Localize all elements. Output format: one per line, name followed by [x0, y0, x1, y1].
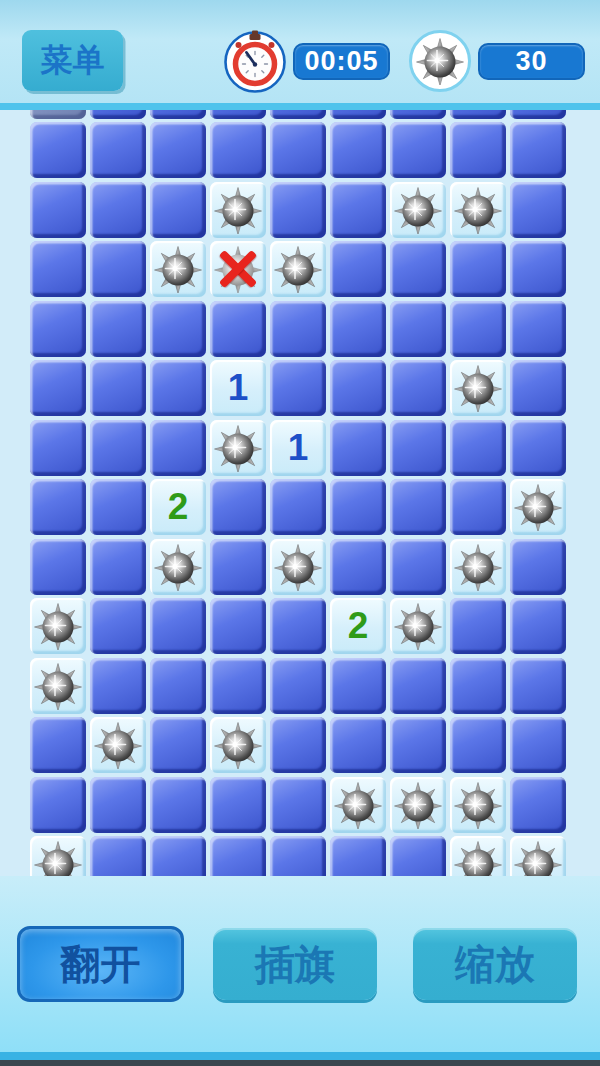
cell-r9c1[interactable] [90, 598, 146, 654]
mine-icon [334, 781, 382, 829]
mine-icon [154, 543, 202, 591]
cell-r10c5[interactable] [330, 658, 386, 714]
cell-r11c5[interactable] [330, 717, 386, 773]
cell-r8c0[interactable] [30, 539, 86, 595]
mine-count-value: 30 [478, 43, 585, 80]
cell-r12c5[interactable] [330, 777, 386, 833]
cell-r10c6[interactable] [390, 658, 446, 714]
cell-r6c0[interactable] [30, 420, 86, 476]
cell-r2c6[interactable] [390, 182, 446, 238]
cell-r10c2[interactable] [150, 658, 206, 714]
cell-r5c6[interactable] [390, 360, 446, 416]
mine-icon [214, 186, 262, 234]
timer-value: 00:05 [293, 43, 390, 80]
mine-icon [514, 483, 562, 531]
cell-r8c3[interactable] [210, 539, 266, 595]
cell-r4c7[interactable] [450, 301, 506, 357]
cell-r13c6[interactable] [390, 836, 446, 876]
header-divider [0, 103, 600, 110]
cell-r10c0[interactable] [30, 658, 86, 714]
cell-r3c3[interactable] [210, 241, 266, 297]
cell-r1c4[interactable] [270, 122, 326, 178]
cell-r3c5[interactable] [330, 241, 386, 297]
header: 菜单 00:05 30 [0, 0, 600, 103]
reveal-mode-button[interactable]: 翻开 [17, 926, 184, 1002]
mine-icon [214, 424, 262, 472]
cell-r0c6[interactable] [390, 110, 446, 119]
cell-r8c2[interactable] [150, 539, 206, 595]
mine-icon [394, 781, 442, 829]
cell-r8c4[interactable] [270, 539, 326, 595]
cell-r5c7[interactable] [450, 360, 506, 416]
cell-r0c2[interactable] [150, 110, 206, 119]
cell-r7c4[interactable] [270, 479, 326, 535]
mine-icon [274, 245, 322, 293]
cell-r3c8[interactable] [510, 241, 566, 297]
cell-r12c0[interactable] [30, 777, 86, 833]
cell-r2c8[interactable] [510, 182, 566, 238]
cell-r7c8[interactable] [510, 479, 566, 535]
cell-r7c5[interactable] [330, 479, 386, 535]
cell-r2c4[interactable] [270, 182, 326, 238]
cell-r11c4[interactable] [270, 717, 326, 773]
cell-r5c8[interactable] [510, 360, 566, 416]
cell-r6c8[interactable] [510, 420, 566, 476]
cell-r8c7[interactable] [450, 539, 506, 595]
cell-r3c0[interactable] [30, 241, 86, 297]
cell-r13c0[interactable] [30, 836, 86, 876]
cell-r2c2[interactable] [150, 182, 206, 238]
cell-r8c6[interactable] [390, 539, 446, 595]
zoom-button[interactable]: 缩放 [413, 928, 577, 1000]
cell-r5c1[interactable] [90, 360, 146, 416]
cell-r0c1[interactable] [90, 110, 146, 119]
cell-r3c7[interactable] [450, 241, 506, 297]
cell-r9c8[interactable] [510, 598, 566, 654]
cell-r8c8[interactable] [510, 539, 566, 595]
cell-r4c2[interactable] [150, 301, 206, 357]
mine-icon [154, 245, 202, 293]
mine-icon [454, 543, 502, 591]
adjacent-mine-count: 1 [270, 420, 326, 476]
cell-r13c5[interactable] [330, 836, 386, 876]
cell-r9c6[interactable] [390, 598, 446, 654]
cell-r6c6[interactable] [390, 420, 446, 476]
cell-r13c8[interactable] [510, 836, 566, 876]
cell-r1c5[interactable] [330, 122, 386, 178]
cell-r6c2[interactable] [150, 420, 206, 476]
cell-r0c3[interactable] [210, 110, 266, 119]
cell-r12c2[interactable] [150, 777, 206, 833]
cell-r7c6[interactable] [390, 479, 446, 535]
cell-r9c0[interactable] [30, 598, 86, 654]
cell-r13c3[interactable] [210, 836, 266, 876]
cell-r12c1[interactable] [90, 777, 146, 833]
cell-r11c8[interactable] [510, 717, 566, 773]
cell-r0c0[interactable] [30, 110, 86, 119]
cell-r8c1[interactable] [90, 539, 146, 595]
cell-r6c5[interactable] [330, 420, 386, 476]
adjacent-mine-count: 1 [210, 360, 266, 416]
mine-icon [394, 602, 442, 650]
cell-r10c1[interactable] [90, 658, 146, 714]
cell-r4c0[interactable] [30, 301, 86, 357]
cell-r4c3[interactable] [210, 301, 266, 357]
adjacent-mine-count: 2 [330, 598, 386, 654]
cell-r12c3[interactable] [210, 777, 266, 833]
cell-r7c2[interactable]: 2 [150, 479, 206, 535]
cell-r6c3[interactable] [210, 420, 266, 476]
cell-r11c0[interactable] [30, 717, 86, 773]
cell-r12c7[interactable] [450, 777, 506, 833]
mine-icon [454, 840, 502, 876]
cell-r10c3[interactable] [210, 658, 266, 714]
cell-r0c5[interactable] [330, 110, 386, 119]
mine-icon [34, 602, 82, 650]
cell-r10c4[interactable] [270, 658, 326, 714]
mine-icon [34, 662, 82, 710]
cell-r9c4[interactable] [270, 598, 326, 654]
mine-counter-icon [407, 28, 473, 94]
cell-r1c0[interactable] [30, 122, 86, 178]
cell-r11c2[interactable] [150, 717, 206, 773]
menu-button[interactable]: 菜单 [22, 30, 123, 91]
cell-r2c7[interactable] [450, 182, 506, 238]
cell-r3c4[interactable] [270, 241, 326, 297]
cell-r11c7[interactable] [450, 717, 506, 773]
cell-r1c3[interactable] [210, 122, 266, 178]
cell-r13c1[interactable] [90, 836, 146, 876]
cell-r11c3[interactable] [210, 717, 266, 773]
cell-r5c5[interactable] [330, 360, 386, 416]
mine-icon [274, 543, 322, 591]
cell-r2c1[interactable] [90, 182, 146, 238]
cell-r11c1[interactable] [90, 717, 146, 773]
cell-r3c2[interactable] [150, 241, 206, 297]
mine-icon [454, 781, 502, 829]
cell-r0c8[interactable] [510, 110, 566, 119]
mine-icon [514, 840, 562, 876]
flag-mode-button[interactable]: 插旗 [213, 928, 377, 1000]
cell-r10c8[interactable] [510, 658, 566, 714]
cell-r0c4[interactable] [270, 110, 326, 119]
cell-r8c5[interactable] [330, 539, 386, 595]
cell-r2c3[interactable] [210, 182, 266, 238]
cell-r1c1[interactable] [90, 122, 146, 178]
adjacent-mine-count: 2 [150, 479, 206, 535]
cell-r12c6[interactable] [390, 777, 446, 833]
cell-r6c4[interactable]: 1 [270, 420, 326, 476]
cell-r3c6[interactable] [390, 241, 446, 297]
cell-r1c6[interactable] [390, 122, 446, 178]
cell-r7c3[interactable] [210, 479, 266, 535]
cell-r4c4[interactable] [270, 301, 326, 357]
cell-r4c5[interactable] [330, 301, 386, 357]
board-grid: 1122 [30, 110, 566, 876]
cell-r1c7[interactable] [450, 122, 506, 178]
cell-r6c7[interactable] [450, 420, 506, 476]
cell-r0c7[interactable] [450, 110, 506, 119]
cell-r6c1[interactable] [90, 420, 146, 476]
cell-r7c0[interactable] [30, 479, 86, 535]
cell-r1c2[interactable] [150, 122, 206, 178]
cell-r2c0[interactable] [30, 182, 86, 238]
mine-icon [454, 364, 502, 412]
bottom-divider [0, 1052, 600, 1060]
cell-r7c7[interactable] [450, 479, 506, 535]
cell-r7c1[interactable] [90, 479, 146, 535]
cell-r3c1[interactable] [90, 241, 146, 297]
cell-r5c4[interactable] [270, 360, 326, 416]
cell-r5c3[interactable]: 1 [210, 360, 266, 416]
mine-icon [454, 186, 502, 234]
cell-r5c2[interactable] [150, 360, 206, 416]
minesweeper-board: 1122 [0, 110, 600, 876]
cell-r4c6[interactable] [390, 301, 446, 357]
cell-r9c5[interactable]: 2 [330, 598, 386, 654]
cell-r10c7[interactable] [450, 658, 506, 714]
mine-icon [34, 840, 82, 876]
mine-icon [394, 186, 442, 234]
cell-r9c2[interactable] [150, 598, 206, 654]
cell-r9c7[interactable] [450, 598, 506, 654]
cell-r9c3[interactable] [210, 598, 266, 654]
cell-r1c8[interactable] [510, 122, 566, 178]
cell-r2c5[interactable] [330, 182, 386, 238]
cell-r5c0[interactable] [30, 360, 86, 416]
stopwatch-icon [222, 28, 288, 94]
cell-r4c1[interactable] [90, 301, 146, 357]
mine-icon [214, 721, 262, 769]
cell-r12c8[interactable] [510, 777, 566, 833]
cell-r4c8[interactable] [510, 301, 566, 357]
cell-r13c7[interactable] [450, 836, 506, 876]
cell-r13c2[interactable] [150, 836, 206, 876]
mine-icon [94, 721, 142, 769]
cell-r11c6[interactable] [390, 717, 446, 773]
cell-r12c4[interactable] [270, 777, 326, 833]
cell-r13c4[interactable] [270, 836, 326, 876]
bottom-bar [0, 1060, 600, 1066]
